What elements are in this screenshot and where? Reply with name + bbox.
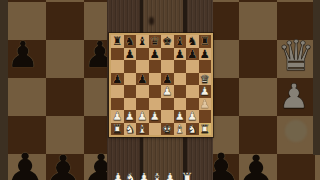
- piece-black-pawn[interactable]: ♟: [150, 48, 160, 61]
- square-h6[interactable]: [199, 60, 212, 73]
- square-c1[interactable]: ♝: [136, 123, 149, 136]
- square-b4[interactable]: [124, 85, 137, 98]
- square-g7[interactable]: ♟: [186, 48, 199, 61]
- square-h2[interactable]: [199, 110, 212, 123]
- square-f1[interactable]: ♝: [174, 123, 187, 136]
- square-b1[interactable]: ♞: [124, 123, 137, 136]
- square-f7[interactable]: ♟: [174, 48, 187, 61]
- square-c8[interactable]: ♝: [136, 35, 149, 48]
- piece-white-pawn[interactable]: ♟: [112, 110, 122, 123]
- square-g2[interactable]: ♟: [186, 110, 199, 123]
- square-d2[interactable]: ♟: [149, 110, 162, 123]
- square-e3[interactable]: [161, 98, 174, 111]
- square-f2[interactable]: ♟: [174, 110, 187, 123]
- square-a4[interactable]: [111, 85, 124, 98]
- piece-black-knight[interactable]: ♞: [125, 35, 135, 48]
- piece-black-queen[interactable]: ♛: [150, 35, 160, 48]
- piece-white-rook[interactable]: ♜: [200, 123, 210, 136]
- square-g1[interactable]: ♞: [186, 123, 199, 136]
- piece-white-pawn[interactable]: ♟: [175, 110, 185, 123]
- piece-black-knight[interactable]: ♞: [187, 35, 197, 48]
- bottom-white-pawn-top: ♟: [163, 171, 177, 180]
- backdrop-right-panel: ♛♟♟♟: [213, 0, 320, 180]
- square-c7[interactable]: [136, 48, 149, 61]
- square-b6[interactable]: [124, 60, 137, 73]
- piece-white-rook[interactable]: ♜: [112, 123, 122, 136]
- square-c6[interactable]: [136, 60, 149, 73]
- square-a2[interactable]: ♟: [111, 110, 124, 123]
- piece-black-pawn[interactable]: ♟: [200, 48, 210, 61]
- square-e4[interactable]: ♟: [161, 85, 174, 98]
- square-f4[interactable]: [174, 85, 187, 98]
- backdrop-left-panel: ♟♟♟♟♟: [0, 0, 107, 180]
- bottom-white-pawn-top: ♟: [137, 171, 151, 180]
- square-e6[interactable]: [161, 60, 174, 73]
- square-h1[interactable]: ♜: [199, 123, 212, 136]
- piece-white-knight[interactable]: ♞: [187, 123, 197, 136]
- square-d6[interactable]: [149, 60, 162, 73]
- square-f5[interactable]: [174, 73, 187, 86]
- square-e2[interactable]: [161, 110, 174, 123]
- bottom-white-bishop-top: ♝: [150, 171, 164, 180]
- piece-white-pawn[interactable]: ♟: [162, 85, 172, 98]
- piece-white-pawn[interactable]: ♟: [200, 85, 210, 98]
- piece-white-bishop[interactable]: ♝: [175, 123, 185, 136]
- ghost-piece: ♟: [200, 98, 210, 111]
- square-b8[interactable]: ♞: [124, 35, 137, 48]
- piece-white-bishop[interactable]: ♝: [137, 123, 147, 136]
- square-d7[interactable]: ♟: [149, 48, 162, 61]
- square-e8[interactable]: ♚: [161, 35, 174, 48]
- square-a8[interactable]: ♜: [111, 35, 124, 48]
- piece-black-rook[interactable]: ♜: [200, 35, 210, 48]
- backdrop-dim-overlay: [0, 0, 107, 180]
- bottom-white-knight-top: ♞: [124, 171, 138, 180]
- square-e7[interactable]: [161, 48, 174, 61]
- square-f6[interactable]: [174, 60, 187, 73]
- piece-black-king[interactable]: ♚: [162, 35, 172, 48]
- square-a5[interactable]: ♟: [111, 73, 124, 86]
- square-d4[interactable]: [149, 85, 162, 98]
- piece-black-bishop[interactable]: ♝: [175, 35, 185, 48]
- wood-knot: [149, 17, 154, 25]
- square-a1[interactable]: ♜: [111, 123, 124, 136]
- piece-black-pawn[interactable]: ♟: [125, 48, 135, 61]
- piece-black-pawn[interactable]: ♟: [175, 48, 185, 61]
- piece-black-pawn[interactable]: ♟: [112, 73, 122, 86]
- piece-black-pawn[interactable]: ♟: [187, 48, 197, 61]
- square-h3[interactable]: ♟: [199, 98, 212, 111]
- square-c2[interactable]: ♟: [136, 110, 149, 123]
- square-a6[interactable]: [111, 60, 124, 73]
- square-b2[interactable]: ♟: [124, 110, 137, 123]
- square-c4[interactable]: [136, 85, 149, 98]
- piece-white-knight[interactable]: ♞: [125, 123, 135, 136]
- square-d8[interactable]: ♛: [149, 35, 162, 48]
- chess-board[interactable]: ♜♞♝♛♚♝♞♜♟♟♟♟♟♟♟♟♛♟♟♟♟♟♟♟♟♟♜♞♝♚♝♞♜: [109, 33, 213, 137]
- square-b7[interactable]: ♟: [124, 48, 137, 61]
- square-e1[interactable]: ♚: [161, 123, 174, 136]
- square-d5[interactable]: [149, 73, 162, 86]
- square-h7[interactable]: ♟: [199, 48, 212, 61]
- square-d1[interactable]: [149, 123, 162, 136]
- piece-white-pawn[interactable]: ♟: [150, 110, 160, 123]
- square-b5[interactable]: [124, 73, 137, 86]
- video-frame: ♟♟♟♟♟ ♛♟♟♟ ♟♞♟♝♟♜ ♜♞♝♛♚♝♞♜♟♟♟♟♟♟♟♟♛♟♟♟♟♟…: [0, 0, 320, 180]
- square-g6[interactable]: [186, 60, 199, 73]
- square-h4[interactable]: ♟: [199, 85, 212, 98]
- piece-white-king[interactable]: ♚: [162, 123, 172, 136]
- square-a7[interactable]: [111, 48, 124, 61]
- bottom-white-pawn-top: ♟: [111, 171, 125, 180]
- piece-black-pawn[interactable]: ♟: [137, 73, 147, 86]
- square-f8[interactable]: ♝: [174, 35, 187, 48]
- piece-white-pawn[interactable]: ♟: [187, 110, 197, 123]
- bottom-white-rook-top: ♜: [180, 171, 194, 180]
- piece-white-pawn[interactable]: ♟: [125, 110, 135, 123]
- piece-white-pawn[interactable]: ♟: [137, 110, 147, 123]
- square-c5[interactable]: ♟: [136, 73, 149, 86]
- piece-black-bishop[interactable]: ♝: [137, 35, 147, 48]
- piece-black-rook[interactable]: ♜: [112, 35, 122, 48]
- square-h8[interactable]: ♜: [199, 35, 212, 48]
- backdrop-dim-overlay: [213, 0, 320, 180]
- square-g5[interactable]: [186, 73, 199, 86]
- square-g4[interactable]: [186, 85, 199, 98]
- square-g8[interactable]: ♞: [186, 35, 199, 48]
